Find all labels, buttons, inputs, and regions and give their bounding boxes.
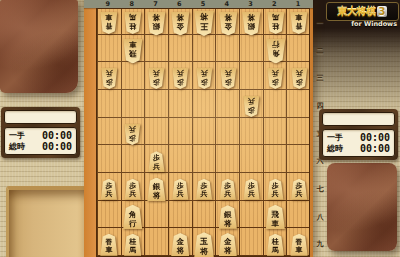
歩兵-glyph: 歩兵 [243, 96, 260, 117]
rank-label-2: 二 [314, 46, 326, 56]
piece-gote-歩兵-43[interactable]: 歩兵 [220, 68, 237, 89]
piece-sente-金将-69[interactable]: 金将 [171, 233, 190, 257]
歩兵-glyph: 歩兵 [267, 179, 284, 200]
piece-sente-銀将-48[interactable]: 銀将 [219, 205, 238, 229]
歩兵-glyph: 歩兵 [196, 179, 213, 200]
玉将-glyph: 玉将 [194, 232, 214, 257]
歩兵-glyph: 歩兵 [101, 179, 118, 200]
piece-gote-歩兵-85[interactable]: 歩兵 [124, 124, 141, 145]
sente-piece-stand[interactable] [327, 163, 397, 251]
歩兵-glyph: 歩兵 [101, 68, 118, 89]
香車-glyph: 香車 [290, 12, 308, 34]
square-1-5[interactable] [287, 120, 311, 148]
piece-gote-金将-61[interactable]: 金将 [171, 12, 190, 36]
square-6-2[interactable] [168, 37, 192, 65]
square-8-4[interactable] [121, 92, 145, 120]
square-7-4[interactable] [145, 92, 169, 120]
file-label-2: 2 [262, 0, 286, 8]
gote-time-box: 一手 00:00 総時 00:00 [322, 129, 395, 157]
桂馬-glyph: 桂馬 [267, 234, 285, 256]
square-1-8[interactable] [287, 203, 311, 231]
gote-total-time-label: 総時 [327, 143, 343, 154]
gote-clock-panel: 一手 00:00 総時 00:00 [319, 109, 398, 160]
piece-sente-歩兵-37[interactable]: 歩兵 [243, 179, 260, 200]
香車-glyph: 香車 [100, 234, 118, 256]
sente-move-time-value: 00:00 [42, 130, 72, 141]
piece-box-tray[interactable] [6, 186, 89, 257]
square-5-4[interactable] [192, 92, 216, 120]
square-7-5[interactable] [145, 120, 169, 148]
piece-sente-歩兵-76[interactable]: 歩兵 [148, 151, 165, 172]
piece-sente-歩兵-87[interactable]: 歩兵 [124, 179, 141, 200]
piece-gote-角行-22[interactable]: 角行 [266, 39, 286, 64]
gote-player-name-box [322, 112, 395, 126]
square-3-2[interactable] [240, 37, 264, 65]
王将-glyph: 王将 [194, 11, 214, 36]
square-3-9[interactable] [240, 230, 264, 257]
銀将-glyph: 銀将 [147, 12, 166, 36]
sente-time-box: 一手 00:00 総時 00:00 [4, 127, 77, 155]
file-label-6: 6 [167, 0, 191, 8]
gote-move-time-label: 一手 [327, 132, 343, 143]
piece-sente-玉将-59[interactable]: 玉将 [194, 232, 214, 257]
file-label-9: 9 [96, 0, 120, 8]
piece-gote-飛車-82[interactable]: 飛車 [123, 39, 143, 64]
square-7-9[interactable] [145, 230, 169, 257]
歩兵-glyph: 歩兵 [148, 151, 165, 172]
square-7-8[interactable] [145, 203, 169, 231]
歩兵-glyph: 歩兵 [291, 68, 308, 89]
rank-label-9: 九 [314, 239, 326, 249]
piece-sente-角行-88[interactable]: 角行 [123, 205, 143, 230]
file-label-5: 5 [191, 0, 215, 8]
歩兵-glyph: 歩兵 [172, 179, 189, 200]
piece-sente-歩兵-97[interactable]: 歩兵 [101, 179, 118, 200]
square-7-2[interactable] [145, 37, 169, 65]
歩兵-glyph: 歩兵 [267, 68, 284, 89]
香車-glyph: 香車 [100, 12, 118, 34]
file-coordinates: 987654321 [84, 0, 313, 8]
桂馬-glyph: 桂馬 [124, 12, 142, 34]
飛車-glyph: 飛車 [266, 205, 286, 230]
piece-sente-香車-99[interactable]: 香車 [100, 234, 118, 256]
file-label-8: 8 [120, 0, 144, 8]
app-window: 987654321 香車桂馬銀将金将王将金将銀将桂馬香車飛車角行歩兵歩兵歩兵歩兵… [0, 0, 400, 257]
飛車-glyph: 飛車 [123, 39, 143, 64]
piece-sente-桂馬-29[interactable]: 桂馬 [267, 234, 285, 256]
square-3-5[interactable] [240, 120, 264, 148]
角行-glyph: 角行 [123, 205, 143, 230]
square-4-5[interactable] [216, 120, 240, 148]
piece-sente-歩兵-47[interactable]: 歩兵 [220, 179, 237, 200]
file-label-1: 1 [286, 0, 310, 8]
gote-piece-stand[interactable] [0, 0, 78, 93]
square-5-5[interactable] [192, 120, 216, 148]
sente-total-time-label: 総時 [9, 141, 25, 152]
piece-gote-歩兵-73[interactable]: 歩兵 [148, 68, 165, 89]
square-3-6[interactable] [240, 147, 264, 175]
square-4-2[interactable] [216, 37, 240, 65]
桂馬-glyph: 桂馬 [267, 12, 285, 34]
board-grid[interactable]: 香車桂馬銀将金将王将金将銀将桂馬香車飛車角行歩兵歩兵歩兵歩兵歩兵歩兵歩兵歩兵歩兵… [96, 8, 310, 257]
app-title: 東大将棋 [338, 5, 376, 19]
piece-gote-銀将-71[interactable]: 銀将 [147, 12, 166, 36]
歩兵-glyph: 歩兵 [220, 68, 237, 89]
銀将-glyph: 銀将 [242, 12, 261, 36]
square-9-4[interactable] [97, 92, 121, 120]
file-label-7: 7 [144, 0, 168, 8]
歩兵-glyph: 歩兵 [196, 68, 213, 89]
square-9-2[interactable] [97, 37, 121, 65]
piece-gote-歩兵-13[interactable]: 歩兵 [291, 68, 308, 89]
金将-glyph: 金将 [219, 12, 238, 36]
rank-label-1: 一 [314, 18, 326, 28]
piece-gote-王将-51[interactable]: 王将 [194, 11, 214, 36]
piece-sente-金将-49[interactable]: 金将 [219, 233, 238, 257]
金将-glyph: 金将 [171, 12, 190, 36]
piece-sente-飛車-28[interactable]: 飛車 [266, 205, 286, 230]
piece-gote-金将-41[interactable]: 金将 [219, 12, 238, 36]
歩兵-glyph: 歩兵 [172, 68, 189, 89]
歩兵-glyph: 歩兵 [291, 179, 308, 200]
app-subtitle: for Windows [326, 20, 397, 28]
金将-glyph: 金将 [171, 233, 190, 257]
piece-gote-銀将-31[interactable]: 銀将 [242, 12, 261, 36]
piece-gote-歩兵-93[interactable]: 歩兵 [101, 68, 118, 89]
rank-label-8: 八 [314, 212, 326, 222]
銀将-glyph: 銀将 [147, 178, 166, 202]
square-3-3[interactable] [240, 64, 264, 92]
桂馬-glyph: 桂馬 [124, 234, 142, 256]
square-9-6[interactable] [97, 147, 121, 175]
piece-sente-歩兵-17[interactable]: 歩兵 [291, 179, 308, 200]
file-label-4: 4 [215, 0, 239, 8]
square-4-4[interactable] [216, 92, 240, 120]
piece-sente-銀将-77[interactable]: 銀将 [147, 178, 166, 202]
piece-gote-桂馬-81[interactable]: 桂馬 [124, 12, 142, 34]
app-version-badge: 3 [377, 6, 388, 17]
square-5-8[interactable] [192, 203, 216, 231]
square-2-5[interactable] [263, 120, 287, 148]
sente-move-time-label: 一手 [9, 130, 25, 141]
square-1-2[interactable] [287, 37, 311, 65]
piece-gote-桂馬-21[interactable]: 桂馬 [267, 12, 285, 34]
piece-sente-桂馬-89[interactable]: 桂馬 [124, 234, 142, 256]
square-8-3[interactable] [121, 64, 145, 92]
square-5-6[interactable] [192, 147, 216, 175]
piece-gote-歩兵-63[interactable]: 歩兵 [172, 68, 189, 89]
piece-sente-歩兵-27[interactable]: 歩兵 [267, 179, 284, 200]
角行-glyph: 角行 [266, 39, 286, 64]
piece-sente-香車-19[interactable]: 香車 [290, 234, 308, 256]
rank-label-7: 七 [314, 184, 326, 194]
file-label-3: 3 [239, 0, 263, 8]
square-2-4[interactable] [263, 92, 287, 120]
square-2-6[interactable] [263, 147, 287, 175]
piece-gote-歩兵-23[interactable]: 歩兵 [267, 68, 284, 89]
square-9-8[interactable] [97, 203, 121, 231]
square-6-4[interactable] [168, 92, 192, 120]
square-4-6[interactable] [216, 147, 240, 175]
piece-gote-歩兵-34[interactable]: 歩兵 [243, 96, 260, 117]
sente-clock-panel: 一手 00:00 総時 00:00 [1, 107, 80, 158]
歩兵-glyph: 歩兵 [243, 179, 260, 200]
歩兵-glyph: 歩兵 [220, 179, 237, 200]
piece-gote-香車-91[interactable]: 香車 [100, 12, 118, 34]
香車-glyph: 香車 [290, 234, 308, 256]
金将-glyph: 金将 [219, 233, 238, 257]
square-1-6[interactable] [287, 147, 311, 175]
app-logo: 東大将棋 3 [326, 2, 399, 21]
shogi-board[interactable]: 987654321 香車桂馬銀将金将王将金将銀将桂馬香車飛車角行歩兵歩兵歩兵歩兵… [84, 0, 313, 257]
square-6-6[interactable] [168, 147, 192, 175]
square-9-5[interactable] [97, 120, 121, 148]
銀将-glyph: 銀将 [219, 205, 238, 229]
piece-gote-歩兵-53[interactable]: 歩兵 [196, 68, 213, 89]
square-6-8[interactable] [168, 203, 192, 231]
sente-player-name-box [4, 110, 77, 124]
歩兵-glyph: 歩兵 [148, 68, 165, 89]
piece-sente-歩兵-67[interactable]: 歩兵 [172, 179, 189, 200]
gote-total-time-value: 00:00 [360, 143, 390, 154]
square-6-5[interactable] [168, 120, 192, 148]
square-5-2[interactable] [192, 37, 216, 65]
square-8-6[interactable] [121, 147, 145, 175]
square-3-8[interactable] [240, 203, 264, 231]
歩兵-glyph: 歩兵 [124, 179, 141, 200]
歩兵-glyph: 歩兵 [124, 124, 141, 145]
gote-move-time-value: 00:00 [360, 132, 390, 143]
sente-total-time-value: 00:00 [42, 141, 72, 152]
piece-sente-歩兵-57[interactable]: 歩兵 [196, 179, 213, 200]
piece-gote-香車-11[interactable]: 香車 [290, 12, 308, 34]
rank-label-3: 三 [314, 73, 326, 83]
square-1-4[interactable] [287, 92, 311, 120]
